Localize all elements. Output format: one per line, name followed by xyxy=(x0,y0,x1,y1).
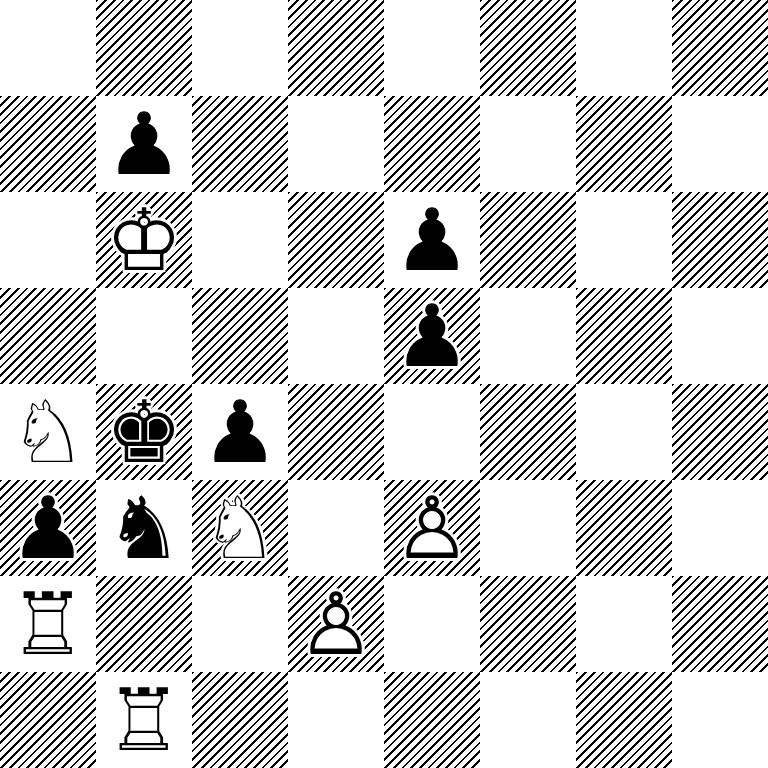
square-h8[interactable] xyxy=(672,0,768,96)
square-f8[interactable] xyxy=(480,0,576,96)
square-f5[interactable] xyxy=(480,288,576,384)
white-knight-icon: ♘ xyxy=(9,384,86,480)
square-e6[interactable]: ♟♟ xyxy=(384,192,480,288)
square-e5[interactable]: ♟♟ xyxy=(384,288,480,384)
white-king-icon: ♔ xyxy=(105,192,182,288)
square-f2[interactable] xyxy=(480,576,576,672)
square-d3[interactable] xyxy=(288,480,384,576)
square-a1[interactable] xyxy=(0,672,96,768)
piece-black-pawn[interactable]: ♟♟ xyxy=(96,96,192,192)
square-d8[interactable] xyxy=(288,0,384,96)
square-g6[interactable] xyxy=(576,192,672,288)
square-f7[interactable] xyxy=(480,96,576,192)
square-g3[interactable] xyxy=(576,480,672,576)
square-f6[interactable] xyxy=(480,192,576,288)
square-e3[interactable]: ♟♙ xyxy=(384,480,480,576)
piece-black-pawn[interactable]: ♟♟ xyxy=(384,288,480,384)
square-c1[interactable] xyxy=(192,672,288,768)
square-a6[interactable] xyxy=(0,192,96,288)
square-a8[interactable] xyxy=(0,0,96,96)
square-a7[interactable] xyxy=(0,96,96,192)
square-a5[interactable] xyxy=(0,288,96,384)
square-h1[interactable] xyxy=(672,672,768,768)
square-d7[interactable] xyxy=(288,96,384,192)
white-rook-icon: ♖ xyxy=(9,576,86,672)
piece-black-pawn[interactable]: ♟♟ xyxy=(192,384,288,480)
square-g4[interactable] xyxy=(576,384,672,480)
square-b8[interactable] xyxy=(96,0,192,96)
square-d1[interactable] xyxy=(288,672,384,768)
square-d6[interactable] xyxy=(288,192,384,288)
white-knight-icon: ♘ xyxy=(201,480,278,576)
white-rook-icon: ♖ xyxy=(105,672,182,768)
square-h3[interactable] xyxy=(672,480,768,576)
black-knight-icon: ♞ xyxy=(105,480,182,576)
square-a3[interactable]: ♟♟ xyxy=(0,480,96,576)
square-g1[interactable] xyxy=(576,672,672,768)
square-g2[interactable] xyxy=(576,576,672,672)
square-e2[interactable] xyxy=(384,576,480,672)
square-c5[interactable] xyxy=(192,288,288,384)
black-pawn-icon: ♟ xyxy=(393,288,470,384)
square-a4[interactable]: ♞♘ xyxy=(0,384,96,480)
square-b3[interactable]: ♞♞ xyxy=(96,480,192,576)
square-b1[interactable]: ♜♖ xyxy=(96,672,192,768)
piece-white-rook[interactable]: ♜♖ xyxy=(0,576,96,672)
square-f1[interactable] xyxy=(480,672,576,768)
square-h6[interactable] xyxy=(672,192,768,288)
square-g5[interactable] xyxy=(576,288,672,384)
square-e7[interactable] xyxy=(384,96,480,192)
square-a2[interactable]: ♜♖ xyxy=(0,576,96,672)
black-pawn-icon: ♟ xyxy=(9,480,86,576)
square-b7[interactable]: ♟♟ xyxy=(96,96,192,192)
chess-board: ♟♟♚♔♟♟♟♟♞♘♚♚♟♟♟♟♞♞♞♘♟♙♜♖♟♙♜♖ xyxy=(0,0,768,768)
black-pawn-icon: ♟ xyxy=(105,96,182,192)
square-h4[interactable] xyxy=(672,384,768,480)
square-e1[interactable] xyxy=(384,672,480,768)
piece-black-pawn[interactable]: ♟♟ xyxy=(0,480,96,576)
square-b6[interactable]: ♚♔ xyxy=(96,192,192,288)
white-pawn-icon: ♙ xyxy=(393,480,470,576)
square-e4[interactable] xyxy=(384,384,480,480)
square-h5[interactable] xyxy=(672,288,768,384)
black-king-icon: ♚ xyxy=(105,384,182,480)
square-c8[interactable] xyxy=(192,0,288,96)
piece-white-pawn[interactable]: ♟♙ xyxy=(288,576,384,672)
square-c2[interactable] xyxy=(192,576,288,672)
square-c7[interactable] xyxy=(192,96,288,192)
piece-white-king[interactable]: ♚♔ xyxy=(96,192,192,288)
square-f4[interactable] xyxy=(480,384,576,480)
square-c3[interactable]: ♞♘ xyxy=(192,480,288,576)
square-b2[interactable] xyxy=(96,576,192,672)
square-e8[interactable] xyxy=(384,0,480,96)
square-h2[interactable] xyxy=(672,576,768,672)
piece-black-king[interactable]: ♚♚ xyxy=(96,384,192,480)
square-h7[interactable] xyxy=(672,96,768,192)
square-c4[interactable]: ♟♟ xyxy=(192,384,288,480)
square-g7[interactable] xyxy=(576,96,672,192)
square-b4[interactable]: ♚♚ xyxy=(96,384,192,480)
square-d4[interactable] xyxy=(288,384,384,480)
black-pawn-icon: ♟ xyxy=(393,192,470,288)
black-pawn-icon: ♟ xyxy=(201,384,278,480)
square-b5[interactable] xyxy=(96,288,192,384)
square-g8[interactable] xyxy=(576,0,672,96)
piece-black-knight[interactable]: ♞♞ xyxy=(96,480,192,576)
piece-black-pawn[interactable]: ♟♟ xyxy=(384,192,480,288)
square-d5[interactable] xyxy=(288,288,384,384)
square-f3[interactable] xyxy=(480,480,576,576)
piece-white-knight[interactable]: ♞♘ xyxy=(192,480,288,576)
piece-white-knight[interactable]: ♞♘ xyxy=(0,384,96,480)
piece-white-pawn[interactable]: ♟♙ xyxy=(384,480,480,576)
piece-white-rook[interactable]: ♜♖ xyxy=(96,672,192,768)
square-c6[interactable] xyxy=(192,192,288,288)
white-pawn-icon: ♙ xyxy=(297,576,374,672)
square-d2[interactable]: ♟♙ xyxy=(288,576,384,672)
